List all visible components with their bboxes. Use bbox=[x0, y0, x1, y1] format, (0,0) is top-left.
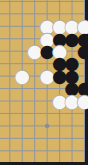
intersection-r7c2[interactable]: ● bbox=[16, 70, 28, 82]
intersection-r12c6[interactable] bbox=[66, 132, 78, 144]
intersection-r1c7[interactable] bbox=[78, 0, 88, 8]
intersection-r11c3[interactable] bbox=[28, 120, 40, 132]
intersection-r13c6[interactable] bbox=[66, 144, 78, 156]
intersection-r1c1[interactable] bbox=[4, 0, 16, 8]
intersection-r12c2[interactable] bbox=[16, 132, 28, 144]
intersection-r13c7[interactable] bbox=[78, 144, 88, 156]
intersection-r11c2[interactable] bbox=[16, 120, 28, 132]
intersection-r10c3[interactable] bbox=[28, 107, 40, 119]
intersection-r9c2[interactable] bbox=[16, 95, 28, 107]
intersection-r10c2[interactable] bbox=[16, 107, 28, 119]
intersection-r11c4[interactable] bbox=[41, 120, 53, 132]
intersection-r1c6[interactable] bbox=[66, 0, 78, 8]
intersection-r13c2[interactable] bbox=[16, 144, 28, 156]
intersection-r13c4[interactable] bbox=[41, 144, 53, 156]
intersection-r9c1[interactable] bbox=[4, 95, 16, 107]
intersection-r2c2[interactable] bbox=[16, 8, 28, 20]
intersection-r9c3[interactable] bbox=[28, 95, 40, 107]
intersection-r1c4[interactable] bbox=[41, 0, 53, 8]
intersection-r2c1[interactable] bbox=[4, 8, 16, 20]
intersection-r12c1[interactable] bbox=[4, 132, 16, 144]
intersection-r11c6[interactable] bbox=[66, 120, 78, 132]
intersection-r13c3[interactable] bbox=[28, 144, 40, 156]
intersection-r1c2[interactable] bbox=[16, 0, 28, 8]
intersection-r13c5[interactable] bbox=[53, 144, 65, 156]
stone-grid: ●●●●●●●●●●●●●●●●●●●●●●● bbox=[4, 0, 88, 157]
intersection-r12c5[interactable] bbox=[53, 132, 65, 144]
intersection-r5c1[interactable] bbox=[4, 45, 16, 57]
intersection-r11c7[interactable] bbox=[78, 120, 88, 132]
white-stone: ● bbox=[15, 69, 30, 81]
intersection-r1c5[interactable] bbox=[53, 0, 65, 8]
intersection-r5c7[interactable]: ● bbox=[78, 45, 88, 57]
intersection-r3c1[interactable] bbox=[4, 20, 16, 32]
intersection-r1c3[interactable] bbox=[28, 0, 40, 8]
intersection-r11c5[interactable] bbox=[53, 120, 65, 132]
white-stone: ● bbox=[77, 94, 88, 106]
intersection-r12c3[interactable] bbox=[28, 132, 40, 144]
intersection-r11c1[interactable] bbox=[4, 120, 16, 132]
intersection-r9c7[interactable]: ● bbox=[78, 95, 88, 107]
intersection-r12c7[interactable] bbox=[78, 132, 88, 144]
go-board: ●●●●●●●●●●●●●●●●●●●●●●● bbox=[0, 0, 88, 165]
intersection-r10c1[interactable] bbox=[4, 107, 16, 119]
intersection-r3c2[interactable] bbox=[16, 20, 28, 32]
intersection-r12c4[interactable] bbox=[41, 132, 53, 144]
intersection-r4c1[interactable] bbox=[4, 33, 16, 45]
intersection-r13c1[interactable] bbox=[4, 144, 16, 156]
